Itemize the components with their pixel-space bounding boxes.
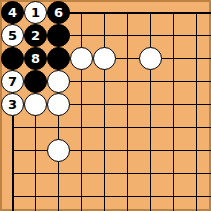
white-stone-move-3: 3 <box>1 93 24 116</box>
white-stone-move-7: 7 <box>1 70 24 93</box>
white-stone <box>47 93 70 116</box>
go-diagram: 41652873 <box>0 0 211 211</box>
white-stone <box>70 47 93 70</box>
black-stone-move-6: 6 <box>47 1 70 24</box>
black-stone <box>47 24 70 47</box>
black-stone-move-8: 8 <box>24 47 47 70</box>
black-stone-move-2: 2 <box>24 24 47 47</box>
white-stone-move-5: 5 <box>1 24 24 47</box>
black-stone <box>1 47 24 70</box>
white-stone <box>47 70 70 93</box>
white-stone <box>139 47 162 70</box>
white-stone-move-1: 1 <box>24 1 47 24</box>
black-stone <box>47 47 70 70</box>
go-board-grid: 41652873 <box>1 1 208 208</box>
black-stone-move-4: 4 <box>1 1 24 24</box>
white-stone <box>93 47 116 70</box>
white-stone <box>24 93 47 116</box>
white-stone <box>47 139 70 162</box>
black-stone <box>24 70 47 93</box>
